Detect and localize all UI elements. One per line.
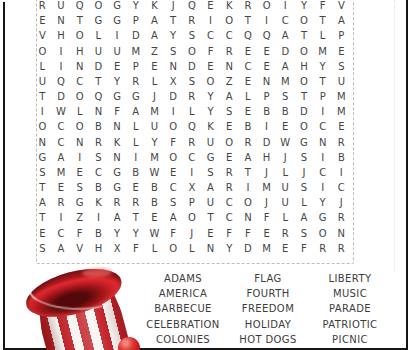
grid-cell[interactable]: A xyxy=(108,210,127,225)
grid-cell[interactable]: R xyxy=(332,135,351,150)
grid-cell[interactable]: C xyxy=(313,165,332,180)
grid-cell[interactable]: Q xyxy=(52,74,71,89)
word-list-item: PATRIOTIC xyxy=(303,317,397,332)
grid-cell[interactable]: B xyxy=(332,150,351,165)
grid-cell[interactable]: U xyxy=(108,44,127,59)
grid-cell[interactable]: O xyxy=(257,0,276,13)
grid-cell[interactable]: I xyxy=(239,180,258,195)
grid-cell[interactable]: G xyxy=(108,165,127,180)
grid-cell[interactable]: O xyxy=(201,74,220,89)
grid-cell[interactable]: H xyxy=(295,59,314,74)
grid-cell[interactable]: C xyxy=(70,74,89,89)
grid-cell[interactable]: N xyxy=(220,59,239,74)
grid-cell[interactable]: I xyxy=(108,28,127,43)
grid-cell[interactable]: F xyxy=(108,104,127,119)
grid-cell[interactable]: G xyxy=(295,135,314,150)
grid-cell[interactable]: C xyxy=(220,28,239,43)
grid-cell[interactable]: O xyxy=(164,241,183,256)
grid-cell[interactable]: G xyxy=(33,150,52,165)
grid-cell[interactable]: L xyxy=(126,135,145,150)
grid-cell[interactable]: O xyxy=(239,195,258,210)
grid-cell[interactable]: S xyxy=(295,180,314,195)
grid-cell[interactable]: O xyxy=(33,44,52,59)
grid-cell[interactable]: W xyxy=(276,135,295,150)
grid-cell[interactable]: E xyxy=(239,74,258,89)
grid-cell[interactable]: X xyxy=(108,241,127,256)
grid-cell[interactable]: A xyxy=(201,180,220,195)
word-list-item: LIBERTY xyxy=(303,271,397,286)
grid-cell[interactable]: C xyxy=(201,28,220,43)
grid-cell[interactable]: L xyxy=(183,104,202,119)
grid-cell[interactable]: L xyxy=(276,210,295,225)
grid-cell[interactable]: K xyxy=(108,135,127,150)
grid-cell[interactable]: T xyxy=(295,89,314,104)
grid-cell[interactable]: K xyxy=(201,119,220,134)
grid-cell[interactable]: D xyxy=(89,59,108,74)
grid-cell[interactable]: O xyxy=(33,119,52,134)
grid-cell[interactable]: U xyxy=(52,0,71,13)
grid-cell[interactable]: I xyxy=(313,150,332,165)
grid-cell[interactable]: K xyxy=(89,195,108,210)
grid-cell[interactable]: O xyxy=(220,135,239,150)
grid-cell[interactable]: F xyxy=(70,226,89,241)
grid-cell[interactable]: R xyxy=(239,135,258,150)
grid-cell[interactable]: I xyxy=(313,180,332,195)
grid-cell[interactable]: L xyxy=(89,28,108,43)
grid-cell[interactable]: A xyxy=(276,28,295,43)
grid-cell[interactable]: Y xyxy=(108,74,127,89)
grid-cell[interactable]: E xyxy=(332,44,351,59)
grid-cell[interactable]: Q xyxy=(70,0,89,13)
grid-cell[interactable]: S xyxy=(201,165,220,180)
grid-cell[interactable]: A xyxy=(164,210,183,225)
grid-cell[interactable]: P xyxy=(257,89,276,104)
grid-cell[interactable]: J xyxy=(257,165,276,180)
grid-cell[interactable]: C xyxy=(332,180,351,195)
grid-cell[interactable]: T xyxy=(70,13,89,28)
grid-cell[interactable]: T xyxy=(313,13,332,28)
grid-cell[interactable]: O xyxy=(164,119,183,134)
grid-cell[interactable]: N xyxy=(313,135,332,150)
grid-cell[interactable]: S xyxy=(164,195,183,210)
grid-cell[interactable]: N xyxy=(33,135,52,150)
grid-cell[interactable]: E xyxy=(332,119,351,134)
grid-cell[interactable]: D xyxy=(295,104,314,119)
grid-cell[interactable]: Y xyxy=(313,195,332,210)
grid-cell[interactable]: E xyxy=(201,226,220,241)
grid-cell[interactable]: Y xyxy=(145,135,164,150)
grid-cell[interactable]: F xyxy=(164,135,183,150)
grid-cell[interactable]: M xyxy=(257,180,276,195)
grid-cell[interactable]: D xyxy=(52,89,71,104)
grid-cell[interactable]: R xyxy=(183,135,202,150)
grid-cell[interactable]: E xyxy=(257,59,276,74)
grid-cell[interactable]: M xyxy=(313,44,332,59)
grid-cell[interactable]: D xyxy=(257,135,276,150)
grid-cell[interactable]: W xyxy=(145,165,164,180)
grid-cell[interactable]: I xyxy=(257,13,276,28)
grid-cell[interactable]: C xyxy=(164,180,183,195)
grid-cell[interactable]: A xyxy=(276,59,295,74)
grid-cell[interactable]: E xyxy=(239,44,258,59)
grid-cell[interactable]: B xyxy=(239,119,258,134)
grid-cell[interactable]: Y xyxy=(313,59,332,74)
grid-cell[interactable]: D xyxy=(164,89,183,104)
grid-cell[interactable]: K xyxy=(145,0,164,13)
grid-cell[interactable]: S xyxy=(295,226,314,241)
grid-cell[interactable]: R xyxy=(126,195,145,210)
grid-cell[interactable]: Y xyxy=(126,226,145,241)
grid-cell[interactable]: P xyxy=(332,28,351,43)
word-list-column-2: FLAGFOURTHFREEDOMHOLIDAYHOT DOGS xyxy=(228,271,308,347)
grid-cell[interactable]: E xyxy=(126,180,145,195)
grid-cell[interactable]: R xyxy=(33,0,52,13)
grid-cell[interactable]: L xyxy=(183,241,202,256)
grid-cell[interactable]: E xyxy=(108,59,127,74)
grid-cell[interactable]: I xyxy=(52,210,71,225)
grid-cell[interactable]: A xyxy=(52,241,71,256)
grid-cell[interactable]: S xyxy=(33,241,52,256)
grid-cell[interactable]: Z xyxy=(220,74,239,89)
grid-cell[interactable]: T xyxy=(164,13,183,28)
grid-cell[interactable]: L xyxy=(313,28,332,43)
grid-cell[interactable]: N xyxy=(257,74,276,89)
grid-cell[interactable]: L xyxy=(295,195,314,210)
grid-cell[interactable]: W xyxy=(52,104,71,119)
grid-cell[interactable]: I xyxy=(164,104,183,119)
grid-cell[interactable]: R xyxy=(313,241,332,256)
grid-cell[interactable]: C xyxy=(313,119,332,134)
grid-cell[interactable]: X xyxy=(164,74,183,89)
grid-cell[interactable]: I xyxy=(332,165,351,180)
grid-cell[interactable]: F xyxy=(220,226,239,241)
grid-cell[interactable]: S xyxy=(332,59,351,74)
grid-cell[interactable]: R xyxy=(239,0,258,13)
grid-cell[interactable]: Y xyxy=(108,226,127,241)
grid-cell[interactable]: F xyxy=(295,241,314,256)
grid-cell[interactable]: R xyxy=(220,165,239,180)
grid-cell[interactable]: W xyxy=(145,226,164,241)
grid-cell[interactable]: O xyxy=(295,74,314,89)
grid-cell[interactable]: L xyxy=(70,104,89,119)
grid-cell[interactable]: I xyxy=(276,0,295,13)
grid-cell[interactable]: F xyxy=(313,0,332,13)
grid-cell[interactable]: J xyxy=(295,165,314,180)
grid-cell[interactable]: O xyxy=(70,28,89,43)
grid-cell[interactable]: Y xyxy=(201,104,220,119)
grid-cell[interactable]: S xyxy=(183,28,202,43)
grid-cell[interactable]: L xyxy=(145,74,164,89)
grid-cell[interactable]: C xyxy=(276,13,295,28)
grid-cell[interactable]: E xyxy=(220,119,239,134)
grid-cell[interactable]: F xyxy=(164,226,183,241)
grid-cell[interactable]: L xyxy=(33,59,52,74)
grid-cell[interactable]: G xyxy=(108,180,127,195)
grid-cell[interactable]: C xyxy=(239,59,258,74)
grid-cell[interactable]: I xyxy=(33,104,52,119)
grid-cell[interactable]: J xyxy=(183,226,202,241)
grid-cell[interactable]: H xyxy=(89,241,108,256)
grid-cell[interactable]: T xyxy=(201,210,220,225)
grid-cell[interactable]: R xyxy=(183,89,202,104)
grid-cell[interactable]: J xyxy=(145,89,164,104)
grid-cell[interactable]: L xyxy=(276,165,295,180)
grid-cell[interactable]: C xyxy=(52,119,71,134)
grid-cell[interactable]: E xyxy=(70,165,89,180)
grid-cell[interactable]: G xyxy=(108,0,127,13)
grid-cell[interactable]: Y xyxy=(220,241,239,256)
grid-cell[interactable]: T xyxy=(33,89,52,104)
grid-cell[interactable]: C xyxy=(89,165,108,180)
grid-cell[interactable]: T xyxy=(239,13,258,28)
grid-cell[interactable]: J xyxy=(257,195,276,210)
grid-cell[interactable]: G xyxy=(108,89,127,104)
grid-cell[interactable]: I xyxy=(89,210,108,225)
frame-right-edge xyxy=(406,0,408,350)
grid-cell[interactable]: M xyxy=(332,104,351,119)
grid-cell[interactable]: Q xyxy=(257,28,276,43)
grid-cell[interactable]: E xyxy=(257,226,276,241)
grid-cell[interactable]: S xyxy=(33,165,52,180)
grid-cell[interactable]: A xyxy=(126,104,145,119)
grid-cell[interactable]: O xyxy=(70,119,89,134)
grid-cell[interactable]: B xyxy=(276,104,295,119)
grid-cell[interactable]: B xyxy=(126,165,145,180)
grid-cell[interactable]: D xyxy=(126,28,145,43)
grid-cell[interactable]: S xyxy=(89,150,108,165)
grid-cell[interactable]: R xyxy=(183,13,202,28)
grid-cell[interactable]: E xyxy=(220,150,239,165)
grid-cell[interactable]: F xyxy=(257,210,276,225)
grid-cell[interactable]: N xyxy=(164,59,183,74)
grid-cell[interactable]: U xyxy=(201,195,220,210)
grid-cell[interactable]: I xyxy=(183,165,202,180)
grid-cell[interactable]: M xyxy=(145,104,164,119)
grid-cell[interactable]: K xyxy=(220,0,239,13)
grid-cell[interactable]: M xyxy=(145,150,164,165)
grid-cell[interactable]: I xyxy=(257,119,276,134)
grid-cell[interactable]: E xyxy=(52,180,71,195)
grid-cell[interactable]: V xyxy=(70,241,89,256)
grid-cell[interactable]: P xyxy=(313,89,332,104)
grid-cell[interactable]: T xyxy=(295,28,314,43)
grid-cell[interactable]: U xyxy=(145,119,164,134)
grid-cell[interactable]: V xyxy=(332,0,351,13)
grid-cell[interactable]: G xyxy=(126,89,145,104)
grid-cell[interactable]: J xyxy=(164,0,183,13)
grid-cell[interactable]: O xyxy=(89,0,108,13)
grid-cell[interactable]: D xyxy=(239,241,258,256)
grid-cell[interactable]: E xyxy=(33,226,52,241)
frame-left-edge xyxy=(3,2,5,350)
grid-cell[interactable]: U xyxy=(201,135,220,150)
grid-cell[interactable]: L xyxy=(239,89,258,104)
grid-cell[interactable]: U xyxy=(33,74,52,89)
grid-cell[interactable]: C xyxy=(183,150,202,165)
grid-cell[interactable]: G xyxy=(108,13,127,28)
grid-cell[interactable]: R xyxy=(89,135,108,150)
grid-cell[interactable]: R xyxy=(126,74,145,89)
grid-cell[interactable]: V xyxy=(33,28,52,43)
grid-cell[interactable]: M xyxy=(52,165,71,180)
grid-cell[interactable]: R xyxy=(220,44,239,59)
grid-cell[interactable]: J xyxy=(276,150,295,165)
grid-cell[interactable]: Y xyxy=(201,89,220,104)
grid-cell[interactable]: P xyxy=(126,13,145,28)
grid-cell[interactable]: U xyxy=(89,44,108,59)
grid-cell[interactable]: N xyxy=(70,59,89,74)
grid-cell[interactable]: T xyxy=(33,180,52,195)
grid-cell[interactable]: N xyxy=(108,119,127,134)
grid-cell[interactable]: B xyxy=(145,195,164,210)
grid-cell[interactable]: S xyxy=(276,89,295,104)
grid-cell[interactable]: B xyxy=(257,104,276,119)
word-list-item: COLONIES xyxy=(128,332,238,347)
grid-cell[interactable]: M xyxy=(126,44,145,59)
word-list-item: FOURTH xyxy=(228,286,308,301)
grid-cell[interactable]: E xyxy=(145,210,164,225)
grid-cell[interactable]: Q xyxy=(183,119,202,134)
grid-cell[interactable]: O xyxy=(295,119,314,134)
grid-cell[interactable]: O xyxy=(164,150,183,165)
grid-cell[interactable]: R xyxy=(276,226,295,241)
grid-cell[interactable]: E xyxy=(239,104,258,119)
grid-cell[interactable]: M xyxy=(257,241,276,256)
grid-cell[interactable]: I xyxy=(70,150,89,165)
grid-cell[interactable]: R xyxy=(220,180,239,195)
grid-cell[interactable]: Q xyxy=(239,28,258,43)
grid-cell[interactable]: G xyxy=(89,13,108,28)
word-list-item: HOT DOGS xyxy=(228,332,308,347)
grid-cell[interactable]: B xyxy=(89,180,108,195)
grid-cell[interactable]: E xyxy=(33,13,52,28)
grid-cell[interactable]: Y xyxy=(126,0,145,13)
word-search-worksheet: RUQOGYKJQEKROIYFVENTGGPATRIOTICOTAVHOLID… xyxy=(0,0,412,350)
grid-cell[interactable]: E xyxy=(164,165,183,180)
grid-cell[interactable]: T xyxy=(126,210,145,225)
grid-cell[interactable]: Q xyxy=(183,0,202,13)
grid-cell[interactable]: N xyxy=(332,226,351,241)
grid-cell[interactable]: C xyxy=(52,226,71,241)
grid-cell[interactable]: R xyxy=(332,241,351,256)
grid-cell[interactable]: I xyxy=(52,59,71,74)
grid-cell[interactable]: I xyxy=(313,104,332,119)
grid-cell[interactable]: G xyxy=(70,195,89,210)
grid-cell[interactable]: O xyxy=(183,210,202,225)
grid-cell[interactable]: G xyxy=(313,210,332,225)
grid-cell[interactable]: I xyxy=(126,150,145,165)
grid-cell[interactable]: U xyxy=(276,195,295,210)
grid-cell[interactable]: F xyxy=(201,44,220,59)
grid-cell[interactable]: O xyxy=(183,44,202,59)
grid-cell[interactable]: T xyxy=(313,74,332,89)
grid-cell[interactable]: P xyxy=(183,195,202,210)
grid-cell[interactable]: N xyxy=(52,13,71,28)
grid-cell[interactable]: E xyxy=(257,44,276,59)
grid-cell[interactable]: N xyxy=(108,150,127,165)
grid-cell[interactable]: B xyxy=(89,226,108,241)
uncle-sam-hat xyxy=(18,278,138,350)
grid-cell[interactable]: L xyxy=(126,119,145,134)
grid-cell[interactable]: C xyxy=(220,210,239,225)
grid-cell[interactable]: T xyxy=(89,74,108,89)
grid-cell[interactable]: A xyxy=(295,210,314,225)
grid-cell[interactable]: L xyxy=(145,241,164,256)
grid-cell[interactable]: M xyxy=(276,74,295,89)
grid-cell[interactable]: U xyxy=(276,180,295,195)
grid-cell[interactable]: A xyxy=(52,150,71,165)
grid-cell[interactable]: J xyxy=(332,195,351,210)
grid-cell[interactable]: M xyxy=(332,89,351,104)
grid-cell[interactable]: C xyxy=(52,135,71,150)
grid-cell[interactable]: C xyxy=(220,195,239,210)
grid-cell[interactable]: I xyxy=(201,13,220,28)
grid-cell[interactable]: A xyxy=(145,28,164,43)
grid-cell[interactable]: N xyxy=(201,241,220,256)
word-list-item: HOLIDAY xyxy=(228,317,308,332)
grid-cell[interactable]: O xyxy=(295,13,314,28)
grid-cell[interactable]: S xyxy=(164,44,183,59)
grid-cell[interactable]: F xyxy=(126,241,145,256)
grid-cell[interactable]: H xyxy=(52,28,71,43)
grid-cell[interactable]: N xyxy=(239,210,258,225)
grid-cell[interactable]: Q xyxy=(89,89,108,104)
grid-cell[interactable]: R xyxy=(332,210,351,225)
grid-cell[interactable]: O xyxy=(220,13,239,28)
grid-cell[interactable]: I xyxy=(52,44,71,59)
grid-cell[interactable]: T xyxy=(33,210,52,225)
grid-cell[interactable]: H xyxy=(257,150,276,165)
grid-cell[interactable]: Z xyxy=(145,44,164,59)
grid-cell[interactable]: P xyxy=(126,59,145,74)
grid-cell[interactable]: S xyxy=(220,104,239,119)
grid-cell[interactable]: E xyxy=(276,119,295,134)
grid-cell[interactable]: G xyxy=(201,150,220,165)
grid-cell[interactable]: Z xyxy=(70,210,89,225)
grid-cell[interactable]: Y xyxy=(295,0,314,13)
grid-cell[interactable]: E xyxy=(145,59,164,74)
grid-cell[interactable]: A xyxy=(332,13,351,28)
grid-cell[interactable]: A xyxy=(145,13,164,28)
grid-cell[interactable]: U xyxy=(332,74,351,89)
grid-cell[interactable]: A xyxy=(33,195,52,210)
grid-cell[interactable]: X xyxy=(183,180,202,195)
grid-cell[interactable]: Y xyxy=(164,28,183,43)
grid-cell[interactable]: E xyxy=(201,0,220,13)
grid-cell[interactable]: N xyxy=(70,135,89,150)
grid-cell[interactable]: E xyxy=(201,59,220,74)
grid-cell[interactable]: O xyxy=(295,44,314,59)
grid-cell[interactable]: S xyxy=(70,180,89,195)
grid-cell[interactable]: R xyxy=(108,195,127,210)
grid-cell[interactable]: O xyxy=(313,226,332,241)
grid-cell[interactable]: B xyxy=(89,119,108,134)
grid-cell[interactable]: E xyxy=(276,241,295,256)
grid-cell[interactable]: D xyxy=(183,59,202,74)
grid-cell[interactable]: O xyxy=(70,89,89,104)
grid-cell[interactable]: H xyxy=(70,44,89,59)
grid-cell[interactable]: R xyxy=(52,195,71,210)
grid-cell[interactable]: A xyxy=(239,150,258,165)
grid-cell[interactable]: A xyxy=(220,89,239,104)
grid-cell[interactable]: B xyxy=(145,180,164,195)
grid-cell[interactable]: D xyxy=(276,44,295,59)
grid-cell[interactable]: F xyxy=(239,226,258,241)
grid-cell[interactable]: N xyxy=(89,104,108,119)
grid-cell[interactable]: T xyxy=(239,165,258,180)
grid-cell[interactable]: S xyxy=(295,150,314,165)
grid-cell[interactable]: S xyxy=(183,74,202,89)
